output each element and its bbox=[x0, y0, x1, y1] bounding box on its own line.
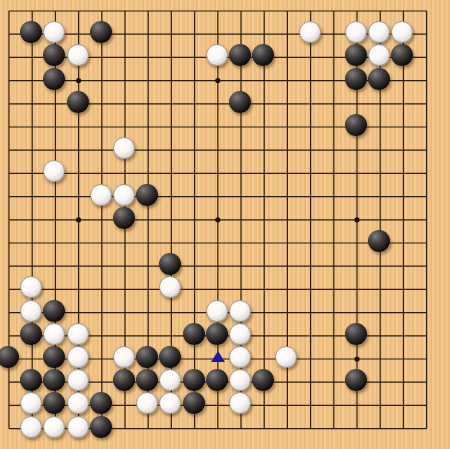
black-stone[interactable] bbox=[183, 369, 205, 391]
black-stone[interactable] bbox=[136, 184, 158, 206]
white-stone[interactable] bbox=[67, 392, 89, 414]
black-stone[interactable] bbox=[206, 323, 228, 345]
black-stone[interactable] bbox=[67, 91, 89, 113]
white-stone[interactable] bbox=[229, 346, 251, 368]
star-point bbox=[354, 217, 359, 222]
white-stone[interactable] bbox=[229, 300, 251, 322]
white-stone[interactable] bbox=[113, 184, 135, 206]
white-stone[interactable] bbox=[113, 346, 135, 368]
black-stone[interactable] bbox=[90, 21, 112, 43]
triangle-marker bbox=[211, 351, 225, 362]
black-stone[interactable] bbox=[20, 323, 42, 345]
black-stone[interactable] bbox=[345, 114, 367, 136]
white-stone[interactable] bbox=[20, 300, 42, 322]
black-stone[interactable] bbox=[43, 300, 65, 322]
black-stone[interactable] bbox=[43, 68, 65, 90]
star-point bbox=[76, 217, 81, 222]
white-stone[interactable] bbox=[229, 323, 251, 345]
black-stone[interactable] bbox=[183, 392, 205, 414]
black-stone[interactable] bbox=[229, 91, 251, 113]
go-board[interactable] bbox=[0, 0, 450, 449]
black-stone[interactable] bbox=[345, 68, 367, 90]
white-stone[interactable] bbox=[67, 416, 89, 438]
black-stone[interactable] bbox=[90, 416, 112, 438]
star-point bbox=[76, 78, 81, 83]
star-point bbox=[354, 356, 359, 361]
star-point bbox=[215, 78, 220, 83]
white-stone[interactable] bbox=[90, 184, 112, 206]
black-stone[interactable] bbox=[368, 68, 390, 90]
white-stone[interactable] bbox=[43, 416, 65, 438]
white-stone[interactable] bbox=[20, 416, 42, 438]
white-stone[interactable] bbox=[67, 323, 89, 345]
white-stone[interactable] bbox=[67, 346, 89, 368]
black-stone[interactable] bbox=[183, 323, 205, 345]
white-stone[interactable] bbox=[206, 300, 228, 322]
white-stone[interactable] bbox=[67, 44, 89, 66]
black-stone[interactable] bbox=[345, 323, 367, 345]
black-stone[interactable] bbox=[113, 207, 135, 229]
star-point bbox=[215, 217, 220, 222]
black-stone[interactable] bbox=[206, 369, 228, 391]
white-stone[interactable] bbox=[67, 369, 89, 391]
white-stone[interactable] bbox=[299, 21, 321, 43]
go-app-window bbox=[0, 0, 450, 449]
